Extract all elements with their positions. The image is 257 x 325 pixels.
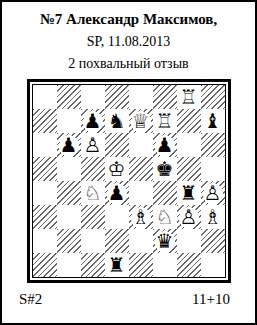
- square-a7: [33, 109, 57, 133]
- square-b7: [57, 109, 81, 133]
- piece-black-pawn-f6: ♟: [153, 133, 177, 157]
- square-d8: [105, 85, 129, 109]
- square-d2: [105, 229, 129, 253]
- square-h8: [201, 85, 225, 109]
- square-g6: [177, 133, 201, 157]
- piece-black-rook-d1: ♜: [105, 253, 129, 277]
- piece-white-queen-e7: ♕: [129, 109, 153, 133]
- square-c2: [81, 229, 105, 253]
- square-h2: [201, 229, 225, 253]
- square-f8: [153, 85, 177, 109]
- piece-black-pawn-b6: ♟: [57, 133, 81, 157]
- piece-white-pawn-g3: ♙: [177, 205, 201, 229]
- square-a4: [33, 181, 57, 205]
- problem-card: №7 Александр Максимов, SP, 11.08.2013 2 …: [0, 0, 257, 325]
- square-e5: [129, 157, 153, 181]
- problem-title: №7 Александр Максимов,: [2, 7, 255, 31]
- square-f1: [153, 253, 177, 277]
- square-e1: [129, 253, 153, 277]
- problem-header: №7 Александр Максимов, SP, 11.08.2013 2 …: [2, 2, 255, 75]
- square-d7: ♞: [105, 109, 129, 133]
- square-g2: [177, 229, 201, 253]
- square-d5: ♔: [105, 157, 129, 181]
- material-count: 11+10: [192, 291, 230, 308]
- problem-source-date: SP, 11.08.2013: [2, 31, 255, 53]
- piece-white-king-d5: ♔: [105, 157, 129, 181]
- problem-award: 2 похвальный отзыв: [2, 53, 255, 75]
- square-h4: ♙: [201, 181, 225, 205]
- square-a5: [33, 157, 57, 181]
- square-d3: [105, 205, 129, 229]
- square-a2: [33, 229, 57, 253]
- piece-black-rook-g4: ♜: [177, 181, 201, 205]
- square-h7: ♝: [201, 109, 225, 133]
- square-h3: ♗: [201, 205, 225, 229]
- problem-footer: S#2 11+10: [2, 283, 255, 308]
- square-b6: ♟: [57, 133, 81, 157]
- square-b5: [57, 157, 81, 181]
- square-h1: [201, 253, 225, 277]
- square-g7: [177, 109, 201, 133]
- square-f3: ♘: [153, 205, 177, 229]
- square-a6: [33, 133, 57, 157]
- square-c4: ♘: [81, 181, 105, 205]
- square-c3: [81, 205, 105, 229]
- square-a3: [33, 205, 57, 229]
- square-e6: [129, 133, 153, 157]
- square-g1: [177, 253, 201, 277]
- square-c8: [81, 85, 105, 109]
- square-b3: [57, 205, 81, 229]
- piece-black-knight-d7: ♞: [105, 109, 129, 133]
- square-d6: [105, 133, 129, 157]
- square-f4: [153, 181, 177, 205]
- square-g8: ♖: [177, 85, 201, 109]
- piece-white-knight-c4: ♘: [81, 181, 105, 205]
- square-e3: ♗: [129, 205, 153, 229]
- square-e8: [129, 85, 153, 109]
- square-h5: [201, 157, 225, 181]
- chess-board: ♖♟♞♕♖♝♟♙♟♔♚♘♟♜♙♗♘♙♗♛♜: [32, 84, 226, 278]
- square-e4: [129, 181, 153, 205]
- piece-white-bishop-e3: ♗: [129, 205, 153, 229]
- piece-black-queen-f2: ♛: [153, 229, 177, 253]
- square-b2: [57, 229, 81, 253]
- piece-white-bishop-h3: ♗: [201, 205, 225, 229]
- square-d4: ♟: [105, 181, 129, 205]
- square-c1: [81, 253, 105, 277]
- square-a1: [33, 253, 57, 277]
- square-f7: ♖: [153, 109, 177, 133]
- square-c7: ♟: [81, 109, 105, 133]
- square-b1: [57, 253, 81, 277]
- square-g3: ♙: [177, 205, 201, 229]
- square-e2: [129, 229, 153, 253]
- square-g4: ♜: [177, 181, 201, 205]
- piece-black-king-f5: ♚: [153, 157, 177, 181]
- square-e7: ♕: [129, 109, 153, 133]
- square-b8: [57, 85, 81, 109]
- square-c6: ♙: [81, 133, 105, 157]
- piece-black-bishop-h7: ♝: [201, 109, 225, 133]
- stipulation: S#2: [19, 291, 42, 308]
- square-g5: [177, 157, 201, 181]
- square-a8: [33, 85, 57, 109]
- square-h6: [201, 133, 225, 157]
- chess-board-frame: ♖♟♞♕♖♝♟♙♟♔♚♘♟♜♙♗♘♙♗♛♜: [27, 79, 231, 283]
- piece-black-pawn-c7: ♟: [81, 109, 105, 133]
- square-b4: [57, 181, 81, 205]
- piece-white-rook-f7: ♖: [153, 109, 177, 133]
- square-d1: ♜: [105, 253, 129, 277]
- piece-white-knight-f3: ♘: [153, 205, 177, 229]
- square-f6: ♟: [153, 133, 177, 157]
- piece-white-pawn-h4: ♙: [201, 181, 225, 205]
- piece-white-rook-g8: ♖: [177, 85, 201, 109]
- square-c5: [81, 157, 105, 181]
- square-f2: ♛: [153, 229, 177, 253]
- piece-white-pawn-c6: ♙: [81, 133, 105, 157]
- square-f5: ♚: [153, 157, 177, 181]
- piece-black-pawn-d4: ♟: [105, 181, 129, 205]
